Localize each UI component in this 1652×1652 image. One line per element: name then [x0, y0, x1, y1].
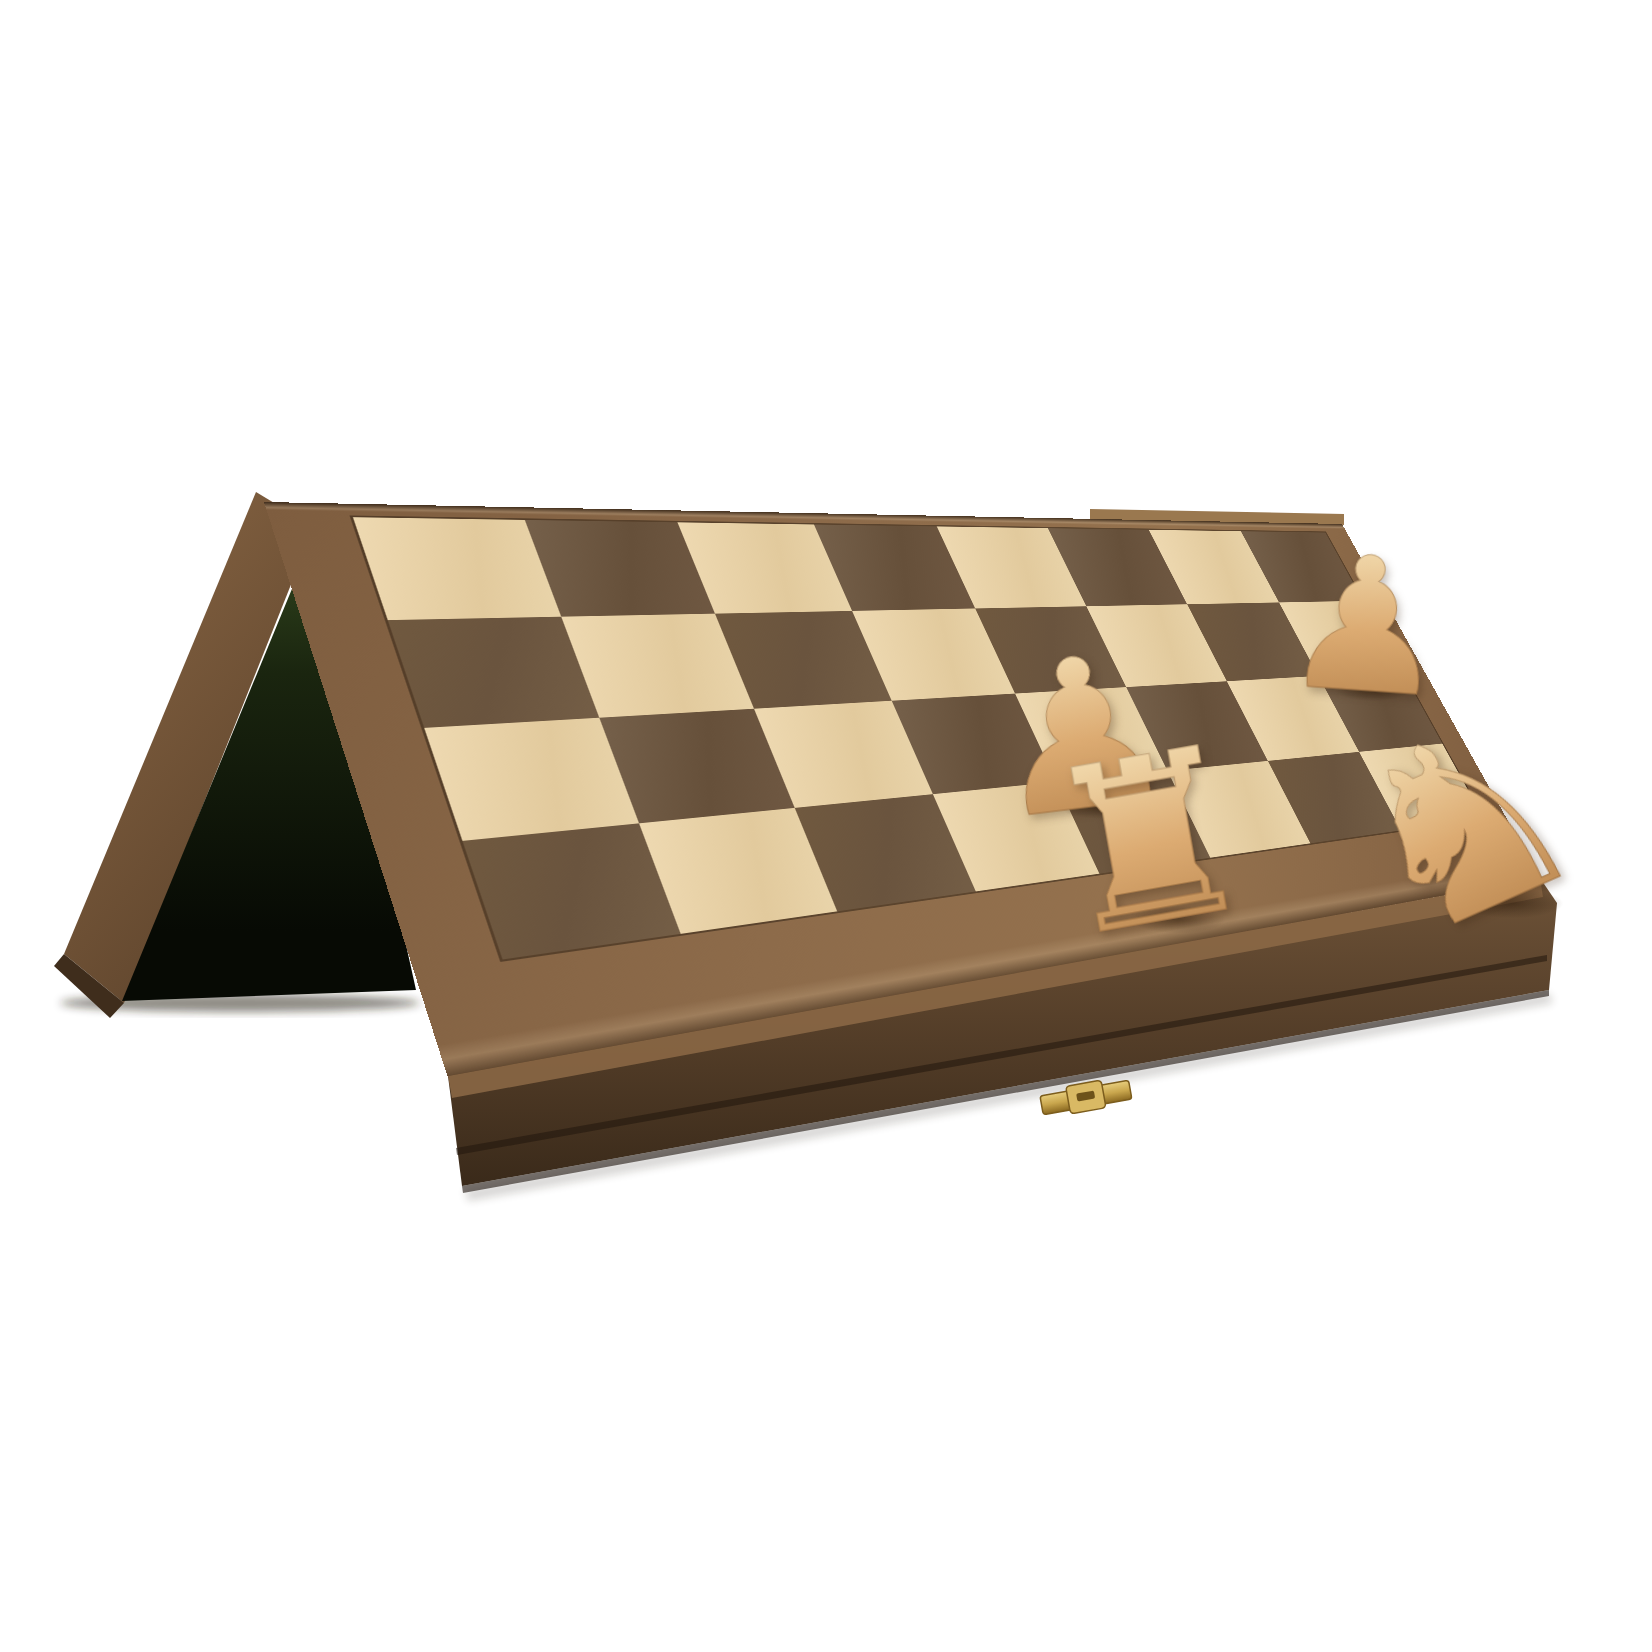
box-front	[0, 0, 1652, 1652]
product-photo-chess-set: ♜♞♝♛♚♝♞♜♟♟♟♟♟♟♟♟ Overhead product photo …	[0, 0, 1652, 1652]
